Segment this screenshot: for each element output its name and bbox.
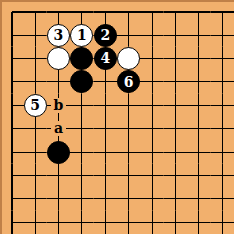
- intersection-D19[interactable]: [70, 0, 93, 23]
- intersection-A19[interactable]: [0, 0, 23, 23]
- intersection-K13[interactable]: [211, 140, 234, 163]
- intersection-G17[interactable]: [140, 47, 163, 70]
- move-number: 1: [77, 28, 87, 42]
- stone-white: [47, 47, 70, 70]
- intersection-J13[interactable]: [187, 140, 210, 163]
- intersection-H14[interactable]: [164, 117, 187, 140]
- intersection-A14[interactable]: [0, 117, 23, 140]
- intersection-F18[interactable]: [117, 23, 140, 46]
- board-grid: 312465ba: [0, 0, 234, 234]
- intersection-E11[interactable]: [94, 187, 117, 210]
- intersection-B13[interactable]: [23, 140, 46, 163]
- stone-black: [47, 141, 70, 164]
- intersection-J12[interactable]: [187, 164, 210, 187]
- intersection-J19[interactable]: [187, 0, 210, 23]
- go-board: 312465ba: [0, 0, 234, 234]
- point-label-a: a: [51, 121, 66, 136]
- intersection-J11[interactable]: [187, 187, 210, 210]
- intersection-J10[interactable]: [187, 211, 210, 234]
- intersection-E16[interactable]: [94, 70, 117, 93]
- intersection-E15[interactable]: [94, 94, 117, 117]
- board-left-frame: [0, 0, 2, 234]
- intersection-G15[interactable]: [140, 94, 163, 117]
- intersection-A15[interactable]: [0, 94, 23, 117]
- intersection-B12[interactable]: [23, 164, 46, 187]
- intersection-K10[interactable]: [211, 211, 234, 234]
- intersection-D16[interactable]: [70, 70, 93, 93]
- intersection-A18[interactable]: [0, 23, 23, 46]
- intersection-K15[interactable]: [211, 94, 234, 117]
- intersection-B18[interactable]: [23, 23, 46, 46]
- intersection-F14[interactable]: [117, 117, 140, 140]
- intersection-G19[interactable]: [140, 0, 163, 23]
- intersection-H12[interactable]: [164, 164, 187, 187]
- move-number: 6: [124, 74, 134, 88]
- intersection-A17[interactable]: [0, 47, 23, 70]
- intersection-B14[interactable]: [23, 117, 46, 140]
- intersection-J18[interactable]: [187, 23, 210, 46]
- intersection-F12[interactable]: [117, 164, 140, 187]
- intersection-H17[interactable]: [164, 47, 187, 70]
- intersection-C17[interactable]: [47, 47, 70, 70]
- stone-black-move-4: 4: [94, 47, 117, 70]
- stone-white-move-5: 5: [24, 94, 47, 117]
- intersection-F17[interactable]: [117, 47, 140, 70]
- intersection-K16[interactable]: [211, 70, 234, 93]
- intersection-A16[interactable]: [0, 70, 23, 93]
- intersection-H16[interactable]: [164, 70, 187, 93]
- intersection-C10[interactable]: [47, 211, 70, 234]
- stone-black: [70, 47, 93, 70]
- stone-white-move-1: 1: [70, 24, 93, 47]
- intersection-G16[interactable]: [140, 70, 163, 93]
- intersection-D15[interactable]: [70, 94, 93, 117]
- stone-black: [70, 70, 93, 93]
- intersection-C19[interactable]: [47, 0, 70, 23]
- intersection-H15[interactable]: [164, 94, 187, 117]
- intersection-K11[interactable]: [211, 187, 234, 210]
- intersection-E13[interactable]: [94, 140, 117, 163]
- intersection-K12[interactable]: [211, 164, 234, 187]
- intersection-C15[interactable]: b: [47, 94, 70, 117]
- intersection-B19[interactable]: [23, 0, 46, 23]
- intersection-B17[interactable]: [23, 47, 46, 70]
- intersection-G12[interactable]: [140, 164, 163, 187]
- intersection-E14[interactable]: [94, 117, 117, 140]
- intersection-E10[interactable]: [94, 211, 117, 234]
- intersection-J15[interactable]: [187, 94, 210, 117]
- move-number: 2: [100, 28, 110, 42]
- intersection-D10[interactable]: [70, 211, 93, 234]
- move-number: 4: [100, 51, 110, 65]
- intersection-A13[interactable]: [0, 140, 23, 163]
- intersection-E19[interactable]: [94, 0, 117, 23]
- intersection-K18[interactable]: [211, 23, 234, 46]
- intersection-E18[interactable]: 2: [94, 23, 117, 46]
- intersection-F16[interactable]: 6: [117, 70, 140, 93]
- intersection-G10[interactable]: [140, 211, 163, 234]
- intersection-H11[interactable]: [164, 187, 187, 210]
- intersection-B10[interactable]: [23, 211, 46, 234]
- move-number: 3: [54, 28, 64, 42]
- intersection-E17[interactable]: 4: [94, 47, 117, 70]
- intersection-F19[interactable]: [117, 0, 140, 23]
- intersection-D12[interactable]: [70, 164, 93, 187]
- intersection-C18[interactable]: 3: [47, 23, 70, 46]
- intersection-K14[interactable]: [211, 117, 234, 140]
- intersection-H10[interactable]: [164, 211, 187, 234]
- intersection-A10[interactable]: [0, 211, 23, 234]
- intersection-K19[interactable]: [211, 0, 234, 23]
- intersection-G11[interactable]: [140, 187, 163, 210]
- intersection-E12[interactable]: [94, 164, 117, 187]
- intersection-F11[interactable]: [117, 187, 140, 210]
- intersection-C14[interactable]: a: [47, 117, 70, 140]
- intersection-B16[interactable]: [23, 70, 46, 93]
- intersection-G13[interactable]: [140, 140, 163, 163]
- intersection-A12[interactable]: [0, 164, 23, 187]
- intersection-C12[interactable]: [47, 164, 70, 187]
- intersection-H13[interactable]: [164, 140, 187, 163]
- intersection-J17[interactable]: [187, 47, 210, 70]
- intersection-F15[interactable]: [117, 94, 140, 117]
- move-number: 5: [30, 98, 40, 112]
- stone-white: [117, 47, 140, 70]
- intersection-F10[interactable]: [117, 211, 140, 234]
- stone-black-move-6: 6: [117, 70, 140, 93]
- intersection-K17[interactable]: [211, 47, 234, 70]
- board-top-frame: [0, 0, 234, 2]
- intersection-J14[interactable]: [187, 117, 210, 140]
- intersection-C16[interactable]: [47, 70, 70, 93]
- intersection-D13[interactable]: [70, 140, 93, 163]
- intersection-G18[interactable]: [140, 23, 163, 46]
- intersection-B11[interactable]: [23, 187, 46, 210]
- intersection-D14[interactable]: [70, 117, 93, 140]
- intersection-D11[interactable]: [70, 187, 93, 210]
- intersection-H19[interactable]: [164, 0, 187, 23]
- intersection-F13[interactable]: [117, 140, 140, 163]
- intersection-A11[interactable]: [0, 187, 23, 210]
- intersection-H18[interactable]: [164, 23, 187, 46]
- intersection-G14[interactable]: [140, 117, 163, 140]
- point-label-b: b: [51, 98, 67, 113]
- stone-black-move-2: 2: [94, 24, 117, 47]
- intersection-D17[interactable]: [70, 47, 93, 70]
- intersection-B15[interactable]: 5: [23, 94, 46, 117]
- intersection-C13[interactable]: [47, 140, 70, 163]
- stone-white-move-3: 3: [47, 24, 70, 47]
- intersection-C11[interactable]: [47, 187, 70, 210]
- intersection-D18[interactable]: 1: [70, 23, 93, 46]
- intersection-J16[interactable]: [187, 70, 210, 93]
